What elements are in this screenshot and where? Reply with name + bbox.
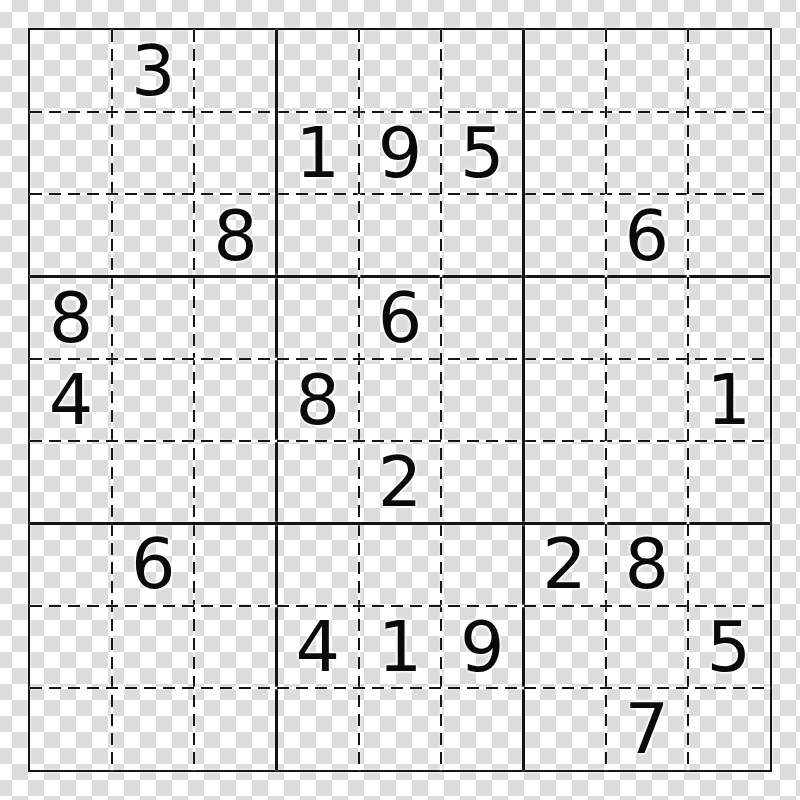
- sudoku-board: 31958686481262841957: [28, 28, 772, 772]
- empty-cell-r9c5[interactable]: [359, 688, 441, 770]
- empty-cell-r3c4[interactable]: [277, 194, 359, 276]
- empty-cell-r6c2[interactable]: [112, 441, 194, 523]
- empty-cell-r2c1[interactable]: [30, 112, 112, 194]
- empty-cell-r6c7[interactable]: [523, 441, 605, 523]
- empty-cell-r6c3[interactable]: [194, 441, 276, 523]
- empty-cell-r5c2[interactable]: [112, 359, 194, 441]
- given-cell-r6c5: 2: [359, 441, 441, 523]
- given-cell-r9c8: 7: [606, 688, 688, 770]
- empty-cell-r2c2[interactable]: [112, 112, 194, 194]
- empty-cell-r1c8[interactable]: [606, 30, 688, 112]
- empty-cell-r7c4[interactable]: [277, 523, 359, 605]
- empty-cell-r9c4[interactable]: [277, 688, 359, 770]
- empty-cell-r6c8[interactable]: [606, 441, 688, 523]
- empty-cell-r8c3[interactable]: [194, 606, 276, 688]
- empty-cell-r2c9[interactable]: [688, 112, 770, 194]
- empty-cell-r9c9[interactable]: [688, 688, 770, 770]
- empty-cell-r5c6[interactable]: [441, 359, 523, 441]
- empty-cell-r4c7[interactable]: [523, 277, 605, 359]
- empty-cell-r2c3[interactable]: [194, 112, 276, 194]
- empty-cell-r1c6[interactable]: [441, 30, 523, 112]
- empty-cell-r7c6[interactable]: [441, 523, 523, 605]
- empty-cell-r9c1[interactable]: [30, 688, 112, 770]
- empty-cell-r6c6[interactable]: [441, 441, 523, 523]
- empty-cell-r1c7[interactable]: [523, 30, 605, 112]
- given-cell-r4c5: 6: [359, 277, 441, 359]
- empty-cell-r5c5[interactable]: [359, 359, 441, 441]
- given-cell-r3c3: 8: [194, 194, 276, 276]
- given-cell-r5c1: 4: [30, 359, 112, 441]
- empty-cell-r4c3[interactable]: [194, 277, 276, 359]
- given-cell-r5c4: 8: [277, 359, 359, 441]
- empty-cell-r9c2[interactable]: [112, 688, 194, 770]
- empty-cell-r1c4[interactable]: [277, 30, 359, 112]
- given-cell-r7c2: 6: [112, 523, 194, 605]
- given-cell-r2c5: 9: [359, 112, 441, 194]
- empty-cell-r3c6[interactable]: [441, 194, 523, 276]
- given-cell-r7c7: 2: [523, 523, 605, 605]
- empty-cell-r3c7[interactable]: [523, 194, 605, 276]
- empty-cell-r5c3[interactable]: [194, 359, 276, 441]
- empty-cell-r7c5[interactable]: [359, 523, 441, 605]
- given-cell-r4c1: 8: [30, 277, 112, 359]
- empty-cell-r7c1[interactable]: [30, 523, 112, 605]
- given-cell-r8c9: 5: [688, 606, 770, 688]
- empty-cell-r4c4[interactable]: [277, 277, 359, 359]
- empty-cell-r5c7[interactable]: [523, 359, 605, 441]
- empty-cell-r4c2[interactable]: [112, 277, 194, 359]
- given-cell-r3c8: 6: [606, 194, 688, 276]
- empty-cell-r6c4[interactable]: [277, 441, 359, 523]
- cells-layer: 31958686481262841957: [30, 30, 770, 770]
- empty-cell-r8c2[interactable]: [112, 606, 194, 688]
- given-cell-r1c2: 3: [112, 30, 194, 112]
- empty-cell-r1c1[interactable]: [30, 30, 112, 112]
- empty-cell-r9c3[interactable]: [194, 688, 276, 770]
- empty-cell-r6c9[interactable]: [688, 441, 770, 523]
- empty-cell-r1c9[interactable]: [688, 30, 770, 112]
- empty-cell-r4c9[interactable]: [688, 277, 770, 359]
- empty-cell-r1c3[interactable]: [194, 30, 276, 112]
- given-cell-r7c8: 8: [606, 523, 688, 605]
- empty-cell-r3c9[interactable]: [688, 194, 770, 276]
- empty-cell-r3c1[interactable]: [30, 194, 112, 276]
- empty-cell-r4c8[interactable]: [606, 277, 688, 359]
- given-cell-r8c6: 9: [441, 606, 523, 688]
- empty-cell-r5c8[interactable]: [606, 359, 688, 441]
- empty-cell-r9c6[interactable]: [441, 688, 523, 770]
- empty-cell-r3c2[interactable]: [112, 194, 194, 276]
- empty-cell-r3c5[interactable]: [359, 194, 441, 276]
- empty-cell-r9c7[interactable]: [523, 688, 605, 770]
- empty-cell-r8c8[interactable]: [606, 606, 688, 688]
- empty-cell-r4c6[interactable]: [441, 277, 523, 359]
- empty-cell-r7c3[interactable]: [194, 523, 276, 605]
- empty-cell-r2c7[interactable]: [523, 112, 605, 194]
- given-cell-r8c4: 4: [277, 606, 359, 688]
- given-cell-r5c9: 1: [688, 359, 770, 441]
- empty-cell-r8c7[interactable]: [523, 606, 605, 688]
- empty-cell-r8c1[interactable]: [30, 606, 112, 688]
- given-cell-r2c6: 5: [441, 112, 523, 194]
- empty-cell-r2c8[interactable]: [606, 112, 688, 194]
- empty-cell-r6c1[interactable]: [30, 441, 112, 523]
- empty-cell-r7c9[interactable]: [688, 523, 770, 605]
- given-cell-r2c4: 1: [277, 112, 359, 194]
- given-cell-r8c5: 1: [359, 606, 441, 688]
- empty-cell-r1c5[interactable]: [359, 30, 441, 112]
